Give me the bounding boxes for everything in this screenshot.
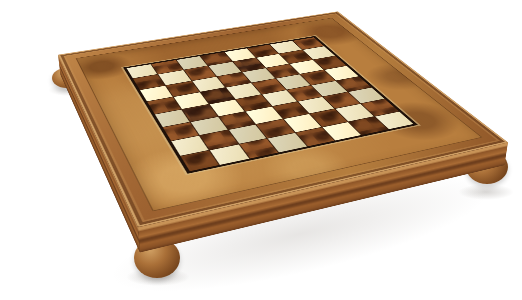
floor-shadow: [458, 184, 514, 200]
product-photo-stage: [0, 0, 522, 300]
chess-board: [59, 21, 506, 240]
